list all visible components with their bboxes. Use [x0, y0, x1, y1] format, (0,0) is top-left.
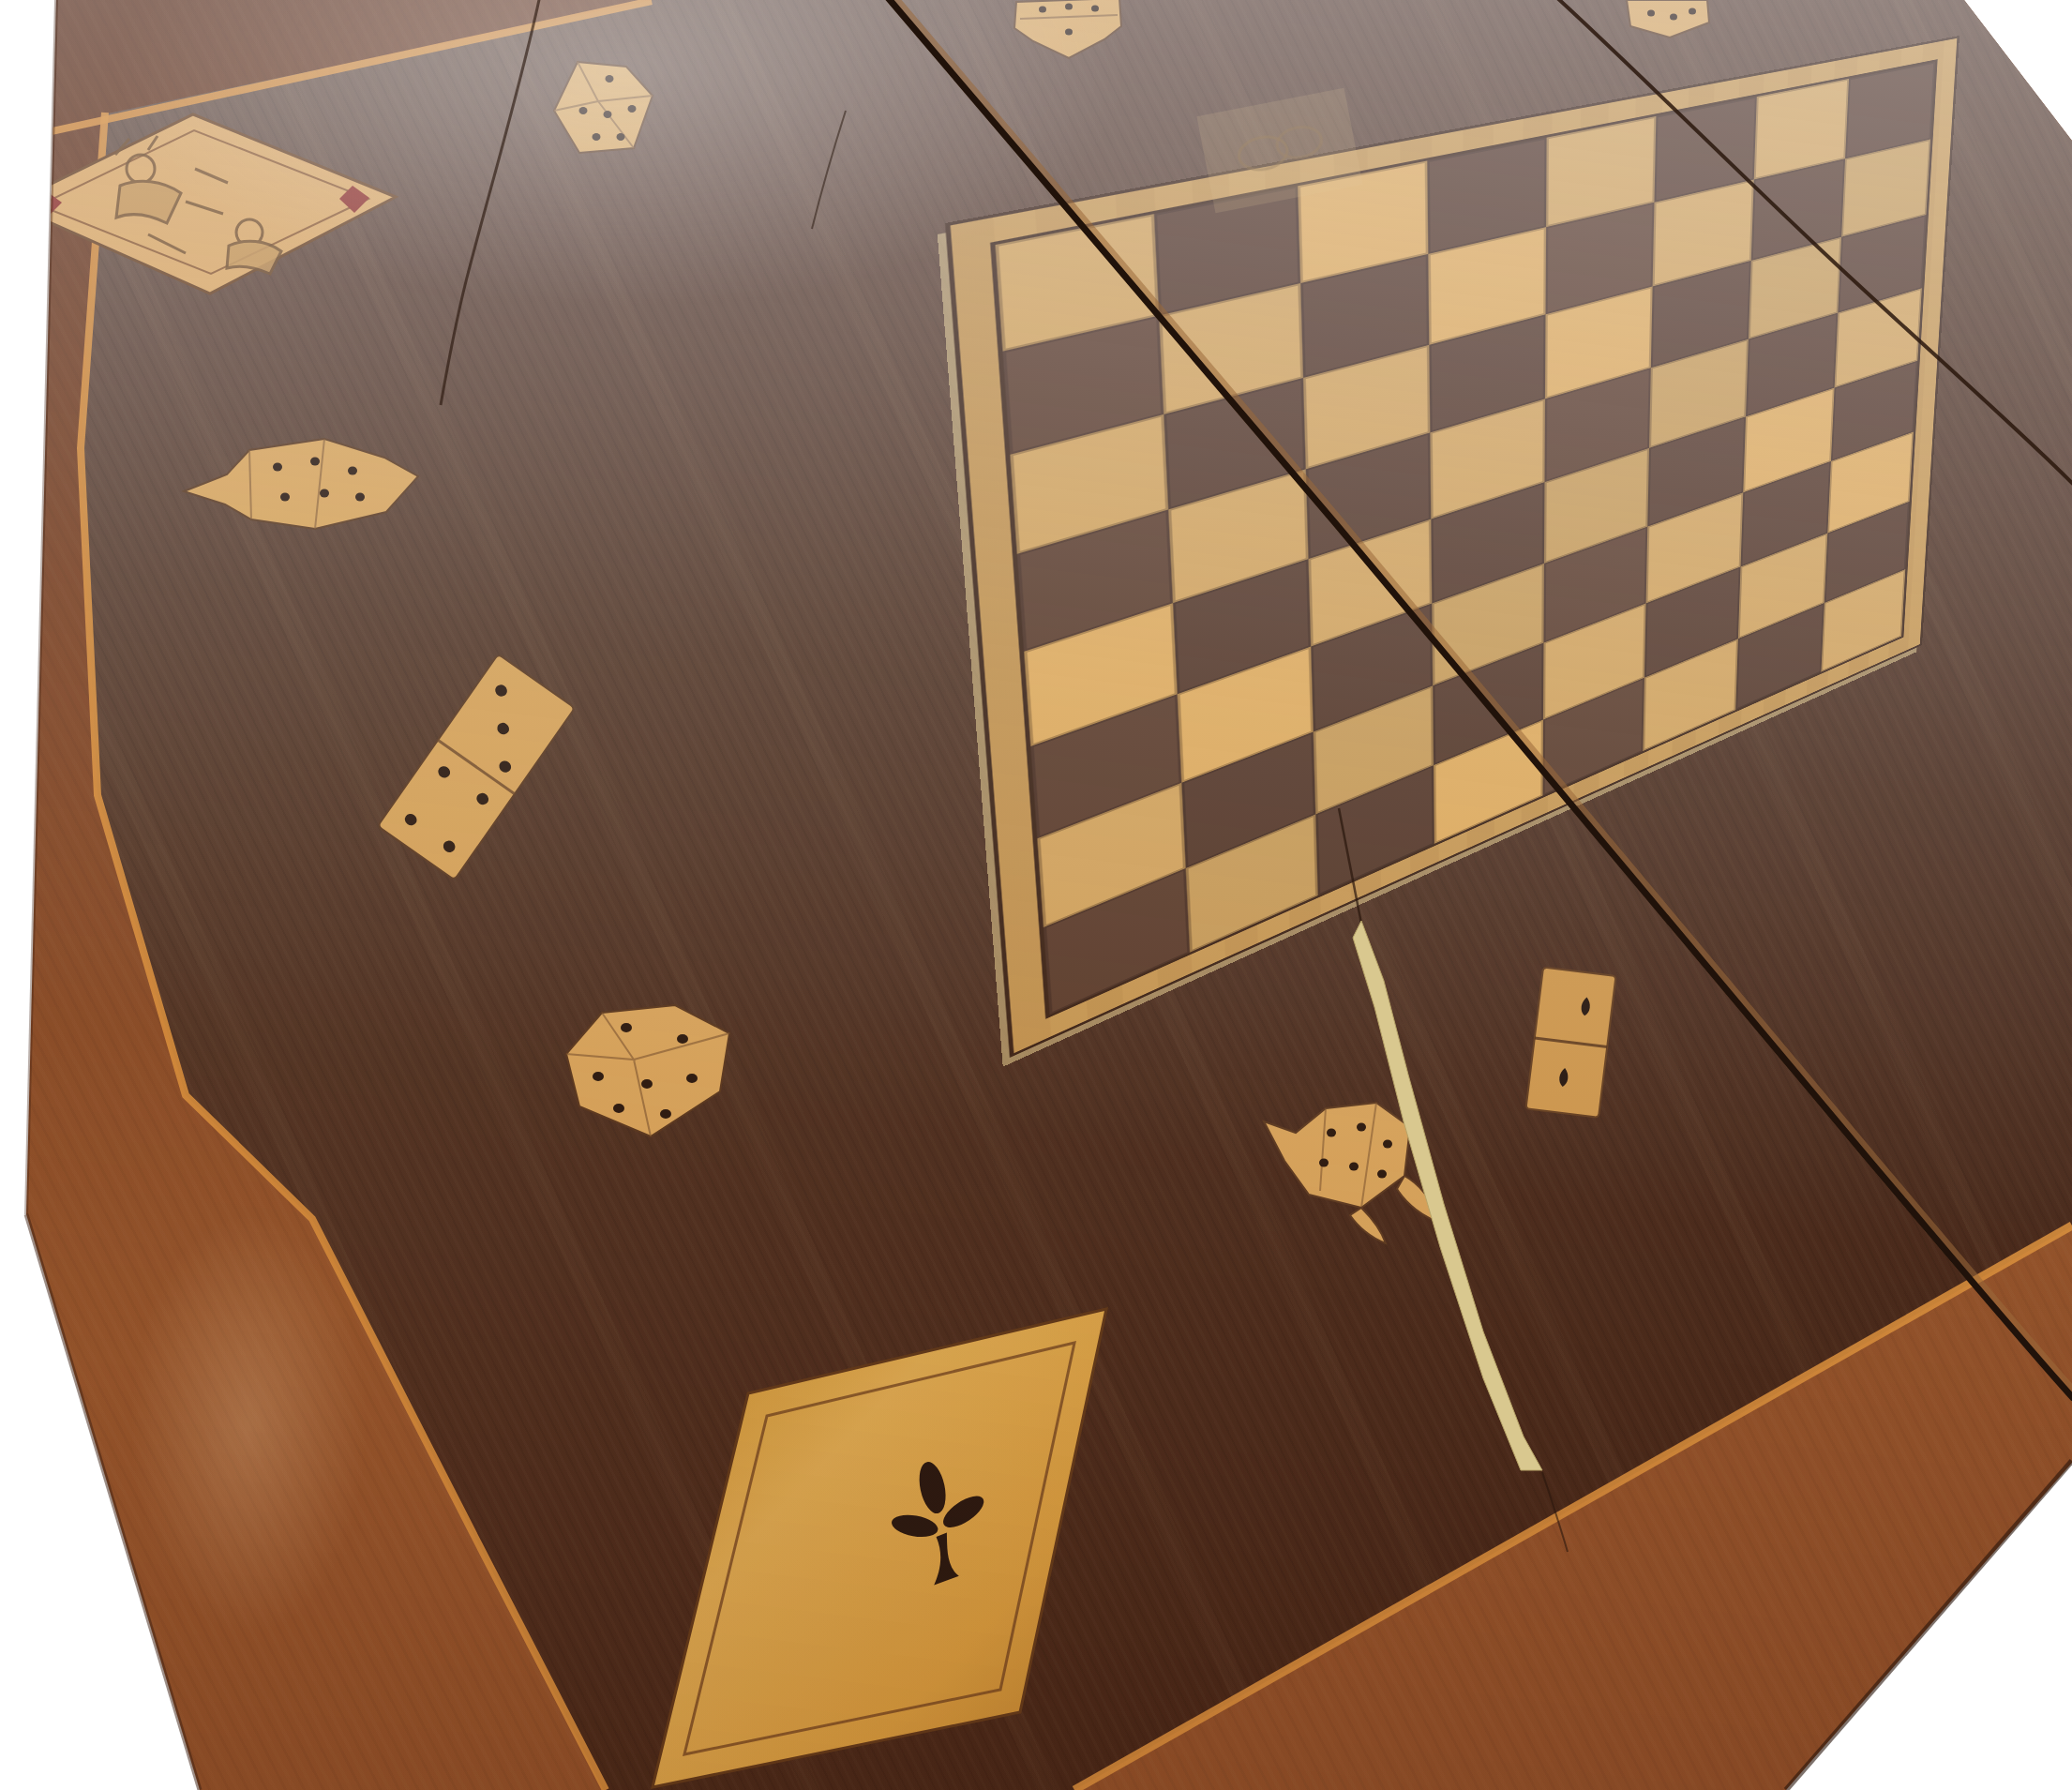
domino-left: [364, 673, 589, 861]
die-top: [551, 62, 656, 156]
die-lower-left: [561, 1005, 735, 1138]
domino-right: [1519, 963, 1628, 1130]
leaf-die: [1264, 1095, 1447, 1245]
club-card: [647, 1303, 1116, 1790]
court-card-diamond: [8, 113, 401, 295]
teetotum-left: [184, 433, 420, 533]
games-table-top: [0, 0, 2072, 1790]
corner-piece-top-right: [1627, 0, 1713, 39]
photo-canvas: [0, 0, 2072, 1790]
pointed-domino-top: [1014, 0, 1125, 60]
